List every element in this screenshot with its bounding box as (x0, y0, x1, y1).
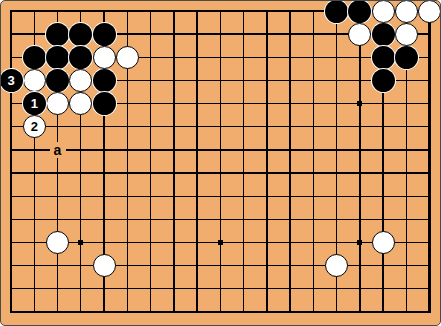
black-stone[interactable] (395, 46, 418, 69)
black-stone[interactable] (46, 69, 69, 92)
black-stone[interactable] (69, 23, 92, 46)
grid-line-horizontal (10, 172, 431, 173)
grid-line-horizontal (10, 265, 431, 266)
star-point (78, 240, 83, 245)
black-stone[interactable] (46, 46, 69, 69)
black-stone[interactable] (372, 69, 395, 92)
star-point (218, 240, 223, 245)
black-stone[interactable] (46, 23, 69, 46)
black-stone[interactable] (93, 23, 116, 46)
grid-line-horizontal (10, 219, 431, 220)
white-stone[interactable] (418, 0, 441, 23)
grid-line-horizontal (10, 311, 431, 312)
white-stone[interactable] (93, 46, 116, 69)
go-board-diagram[interactable]: 123a (0, 0, 441, 326)
white-stone[interactable] (395, 0, 418, 23)
white-stone[interactable] (69, 92, 92, 115)
white-stone[interactable] (348, 23, 371, 46)
white-stone[interactable] (69, 69, 92, 92)
point-label-a[interactable]: a (50, 142, 66, 158)
black-stone[interactable] (325, 0, 348, 23)
grid-line-horizontal (10, 126, 431, 127)
white-stone[interactable] (46, 92, 69, 115)
numbered-stone-2[interactable]: 2 (23, 115, 46, 138)
white-stone[interactable] (372, 0, 395, 23)
black-stone[interactable] (348, 0, 371, 23)
star-point (357, 101, 362, 106)
white-stone[interactable] (325, 254, 348, 277)
white-stone[interactable] (23, 69, 46, 92)
black-stone[interactable] (372, 23, 395, 46)
white-stone[interactable] (93, 254, 116, 277)
grid-line-horizontal (10, 288, 431, 289)
numbered-stone-3[interactable]: 3 (0, 69, 23, 92)
numbered-stone-1[interactable]: 1 (23, 92, 46, 115)
white-stone[interactable] (46, 231, 69, 254)
white-stone[interactable] (395, 23, 418, 46)
black-stone[interactable] (23, 46, 46, 69)
black-stone[interactable] (93, 69, 116, 92)
black-stone[interactable] (93, 92, 116, 115)
grid-line-horizontal (10, 196, 431, 197)
grid-line-horizontal (10, 149, 431, 150)
white-stone[interactable] (116, 46, 139, 69)
black-stone[interactable] (69, 46, 92, 69)
star-point (357, 240, 362, 245)
black-stone[interactable] (372, 46, 395, 69)
white-stone[interactable] (372, 231, 395, 254)
